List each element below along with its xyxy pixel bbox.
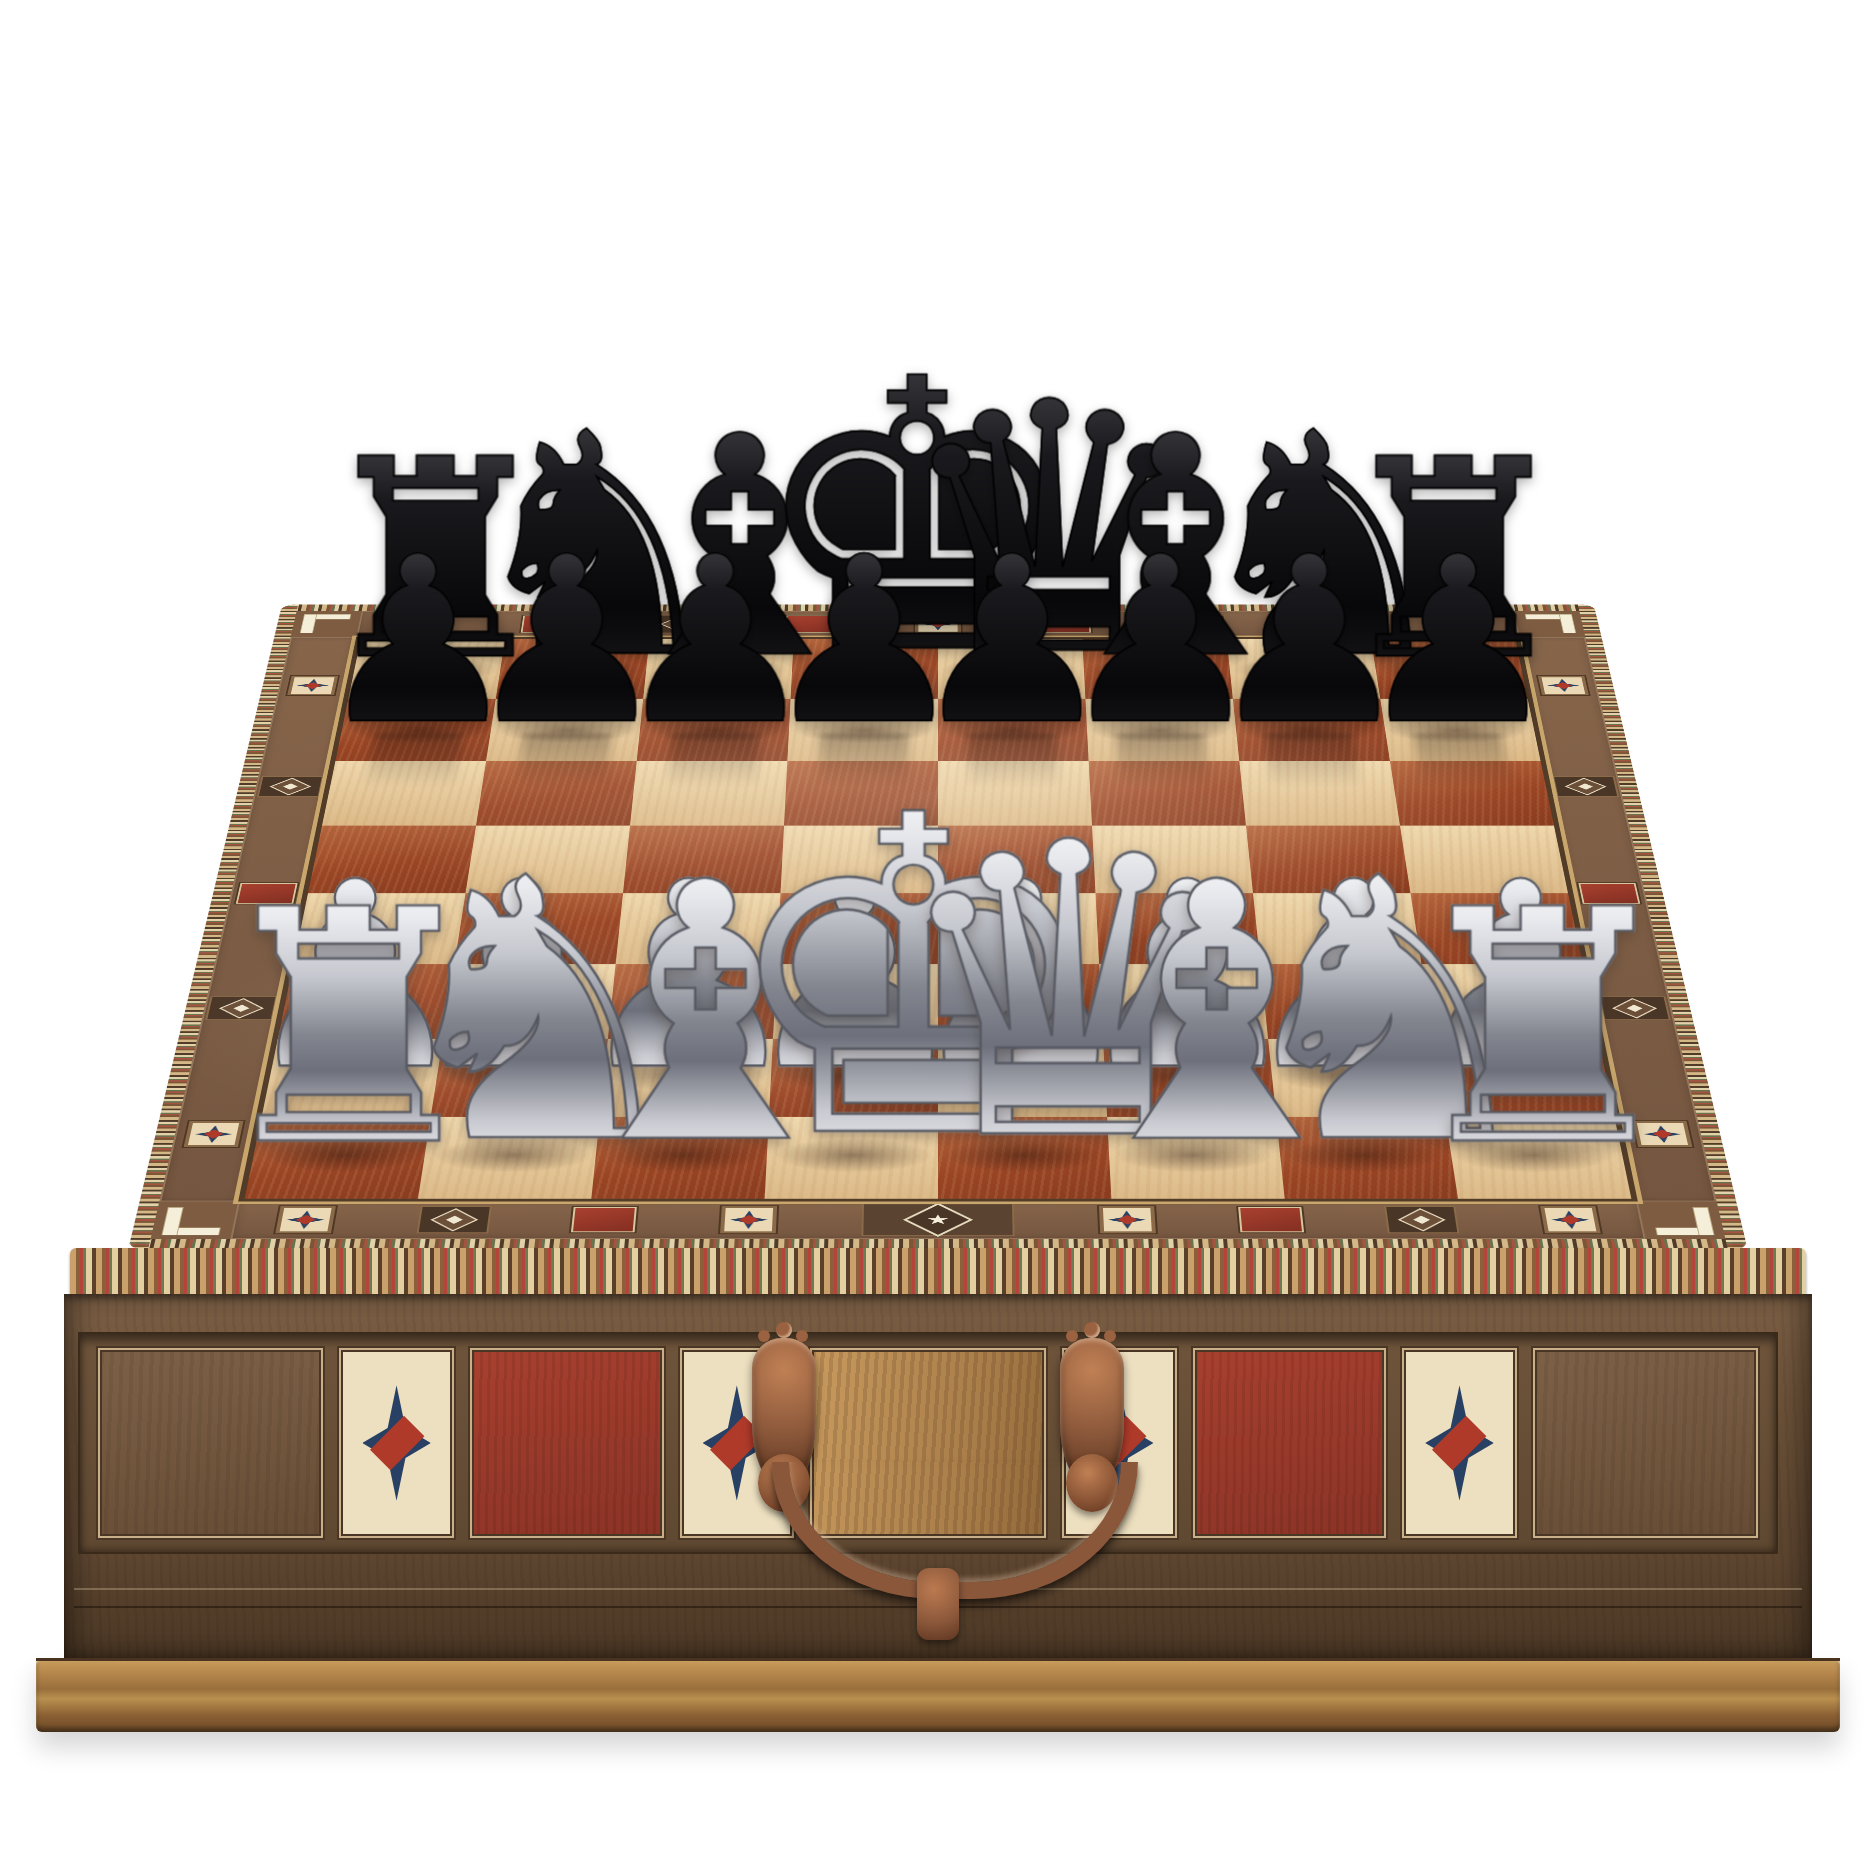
square-b5[interactable] <box>465 826 630 894</box>
square-g1[interactable] <box>1276 1117 1458 1199</box>
drawer-panel-red <box>1193 1348 1387 1538</box>
square-e8[interactable] <box>938 639 1085 698</box>
mosaic-red-tile <box>785 616 838 633</box>
square-c7[interactable] <box>637 699 791 761</box>
mosaic-red-tile <box>1038 616 1091 633</box>
square-g5[interactable] <box>1246 826 1411 894</box>
square-f2[interactable] <box>1103 1039 1276 1117</box>
square-f5[interactable] <box>1092 826 1253 894</box>
mosaic-red-tile <box>1239 1207 1305 1232</box>
square-c4[interactable] <box>616 893 781 964</box>
mosaic-red-tile <box>521 616 576 633</box>
square-h4[interactable] <box>1411 893 1583 964</box>
mosaic-red-tile <box>1578 883 1640 903</box>
square-d2[interactable] <box>769 1039 938 1117</box>
mosaic-bigdiamond-tile <box>861 1203 1014 1236</box>
square-d3[interactable] <box>773 964 938 1038</box>
square-h5[interactable] <box>1400 826 1568 894</box>
square-e6[interactable] <box>938 761 1092 826</box>
mosaic-star-tile <box>1428 614 1481 634</box>
square-e3[interactable] <box>938 964 1103 1038</box>
square-d1[interactable] <box>765 1117 938 1199</box>
corner-l-mark-icon <box>153 1201 241 1240</box>
square-b6[interactable] <box>476 761 637 826</box>
mosaic-diamond-tile <box>1166 615 1226 633</box>
mosaic-diamond-tile <box>416 1206 491 1233</box>
drawer-panel-star <box>339 1348 454 1538</box>
mosaic-star-tile <box>1097 1205 1158 1234</box>
square-g6[interactable] <box>1239 761 1400 826</box>
square-g3[interactable] <box>1260 964 1433 1038</box>
mosaic-star-tile <box>395 614 448 634</box>
mosaic-star-tile <box>181 1120 245 1148</box>
square-e7[interactable] <box>938 699 1089 761</box>
mosaic-diamond-tile <box>1599 996 1671 1020</box>
mosaic-star-tile <box>913 614 962 634</box>
square-h1[interactable] <box>1445 1117 1631 1199</box>
square-c5[interactable] <box>623 826 784 894</box>
square-f6[interactable] <box>1089 761 1246 826</box>
square-d7[interactable] <box>787 699 938 761</box>
square-g7[interactable] <box>1233 699 1390 761</box>
square-c3[interactable] <box>608 964 777 1038</box>
mosaic-diamond-tile <box>205 996 277 1020</box>
drawer-panel-star <box>1402 1348 1517 1538</box>
square-a6[interactable] <box>322 761 486 826</box>
square-f1[interactable] <box>1107 1117 1285 1199</box>
square-c6[interactable] <box>630 761 787 826</box>
mosaic-diamond-tile <box>1552 776 1619 797</box>
square-d5[interactable] <box>780 826 938 894</box>
square-g2[interactable] <box>1268 1039 1445 1117</box>
square-a8[interactable] <box>348 639 505 698</box>
drawer-panel-plain <box>98 1348 323 1538</box>
board-frame <box>128 605 1748 1250</box>
mosaic-star-tile <box>285 675 340 696</box>
mosaic-red-tile <box>1301 616 1356 633</box>
front-rim-stripes <box>70 1248 1806 1296</box>
square-b4[interactable] <box>454 893 623 964</box>
board-top: ♜♞♝♚♛♝♞♜♟♟♟♟♟♟♟♟♟♟♟♟♟♟♟♟♜♞♝♚♛♝♞♜ <box>128 605 1748 1250</box>
mosaic-star-tile <box>1538 1205 1603 1234</box>
mosaic-star-tile <box>1631 1120 1695 1148</box>
square-h8[interactable] <box>1371 639 1528 698</box>
square-g4[interactable] <box>1253 893 1422 964</box>
square-b2[interactable] <box>431 1039 608 1117</box>
square-e2[interactable] <box>938 1039 1107 1117</box>
square-d4[interactable] <box>777 893 938 964</box>
square-a4[interactable] <box>293 893 465 964</box>
square-d6[interactable] <box>784 761 938 826</box>
square-a5[interactable] <box>308 826 476 894</box>
mosaic-star-tile <box>718 1205 779 1234</box>
handle-center-bead <box>917 1568 959 1640</box>
square-b7[interactable] <box>486 699 643 761</box>
base-molding <box>36 1658 1840 1732</box>
square-h7[interactable] <box>1380 699 1540 761</box>
square-f4[interactable] <box>1096 893 1261 964</box>
drawer-panel-plain <box>1533 1348 1758 1538</box>
corner-l-mark-icon <box>1513 612 1584 638</box>
square-f3[interactable] <box>1099 964 1268 1038</box>
square-c1[interactable] <box>591 1117 769 1199</box>
mosaic-star-tile <box>273 1205 338 1234</box>
square-b8[interactable] <box>496 639 650 698</box>
square-e1[interactable] <box>938 1117 1111 1199</box>
mosaic-band-far <box>356 611 1520 637</box>
mosaic-red-tile <box>236 883 298 903</box>
corner-l-mark-icon <box>292 612 363 638</box>
photo-scene: ♜♞♝♚♛♝♞♜♟♟♟♟♟♟♟♟♟♟♟♟♟♟♟♟♜♞♝♚♛♝♞♜ <box>0 0 1875 1875</box>
square-f7[interactable] <box>1085 699 1239 761</box>
square-d8[interactable] <box>791 639 938 698</box>
square-h3[interactable] <box>1422 964 1599 1038</box>
square-g8[interactable] <box>1227 639 1381 698</box>
square-b3[interactable] <box>443 964 616 1038</box>
square-c2[interactable] <box>600 1039 773 1117</box>
corner-l-mark-icon <box>1636 1201 1724 1240</box>
square-a3[interactable] <box>278 964 455 1038</box>
square-h2[interactable] <box>1433 1039 1614 1117</box>
mosaic-band-near <box>230 1201 1645 1240</box>
square-a2[interactable] <box>262 1039 443 1117</box>
mosaic-diamond-tile <box>649 615 709 633</box>
square-h6[interactable] <box>1390 761 1554 826</box>
square-e4[interactable] <box>938 893 1099 964</box>
square-e5[interactable] <box>938 826 1096 894</box>
square-f8[interactable] <box>1082 639 1232 698</box>
square-c8[interactable] <box>643 639 793 698</box>
mosaic-red-tile <box>571 1207 637 1232</box>
square-b1[interactable] <box>418 1117 600 1199</box>
mosaic-star-tile <box>1536 675 1591 696</box>
square-a1[interactable] <box>245 1117 431 1199</box>
mosaic-diamond-tile <box>1384 1206 1459 1233</box>
drawer-panel-red <box>470 1348 664 1538</box>
chess-board <box>238 637 1638 1201</box>
mosaic-diamond-tile <box>257 776 324 797</box>
square-a7[interactable] <box>335 699 495 761</box>
